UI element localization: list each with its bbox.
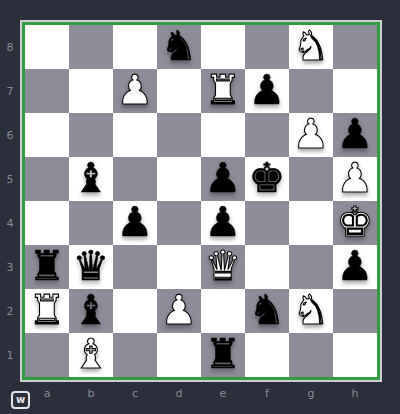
rank-label: 6 (0, 113, 20, 157)
square-e2[interactable] (201, 289, 245, 333)
square-f6[interactable] (245, 113, 289, 157)
square-b5[interactable]: ♝ (69, 157, 113, 201)
piece-black-bishop: ♝ (73, 156, 110, 200)
square-d1[interactable] (157, 333, 201, 377)
square-e3[interactable]: ♛ (201, 245, 245, 289)
square-c3[interactable] (113, 245, 157, 289)
chess-board: ♞♞♟♜♟♟♟♝♟♚♟♟♟♚♜♛♛♟♜♝♟♞♞♝♜ (25, 25, 377, 377)
board-frame: ♞♞♟♜♟♟♟♝♟♚♟♟♟♚♜♛♛♟♜♝♟♞♞♝♜ (20, 20, 382, 382)
square-a4[interactable] (25, 201, 69, 245)
square-c2[interactable] (113, 289, 157, 333)
square-e8[interactable] (201, 25, 245, 69)
piece-black-pawn: ♟ (205, 156, 242, 200)
square-e7[interactable]: ♜ (201, 69, 245, 113)
square-c1[interactable] (113, 333, 157, 377)
piece-white-rook: ♜ (205, 68, 242, 112)
square-c8[interactable] (113, 25, 157, 69)
file-label: c (113, 385, 157, 401)
piece-white-bishop: ♝ (73, 332, 110, 376)
square-a8[interactable] (25, 25, 69, 69)
square-b2[interactable]: ♝ (69, 289, 113, 333)
square-d3[interactable] (157, 245, 201, 289)
rank-label: 4 (0, 201, 20, 245)
piece-white-pawn: ♟ (161, 288, 198, 332)
square-f5[interactable]: ♚ (245, 157, 289, 201)
piece-white-rook: ♜ (29, 288, 66, 332)
square-e6[interactable] (201, 113, 245, 157)
piece-black-pawn: ♟ (117, 200, 154, 244)
square-g5[interactable] (289, 157, 333, 201)
square-f7[interactable]: ♟ (245, 69, 289, 113)
square-a6[interactable] (25, 113, 69, 157)
square-g1[interactable] (289, 333, 333, 377)
square-g6[interactable]: ♟ (289, 113, 333, 157)
file-label: g (289, 385, 333, 401)
square-d6[interactable] (157, 113, 201, 157)
square-e1[interactable]: ♜ (201, 333, 245, 377)
square-h3[interactable]: ♟ (333, 245, 377, 289)
piece-black-pawn: ♟ (249, 68, 286, 112)
square-b3[interactable]: ♛ (69, 245, 113, 289)
square-f3[interactable] (245, 245, 289, 289)
turn-indicator-white-to-move: w (11, 391, 30, 409)
file-labels: abcdefgh (25, 385, 377, 401)
square-g8[interactable]: ♞ (289, 25, 333, 69)
rank-labels: 87654321 (0, 25, 20, 377)
piece-black-pawn: ♟ (337, 244, 374, 288)
square-f8[interactable] (245, 25, 289, 69)
file-label: a (25, 385, 69, 401)
square-c5[interactable] (113, 157, 157, 201)
square-b8[interactable] (69, 25, 113, 69)
board-border: ♞♞♟♜♟♟♟♝♟♚♟♟♟♚♜♛♛♟♜♝♟♞♞♝♜ (22, 22, 380, 380)
piece-black-knight: ♞ (161, 24, 198, 68)
square-h7[interactable] (333, 69, 377, 113)
piece-white-pawn: ♟ (117, 68, 154, 112)
square-b6[interactable] (69, 113, 113, 157)
file-label: f (245, 385, 289, 401)
square-a2[interactable]: ♜ (25, 289, 69, 333)
square-b7[interactable] (69, 69, 113, 113)
square-g7[interactable] (289, 69, 333, 113)
piece-black-bishop: ♝ (73, 288, 110, 332)
square-h8[interactable] (333, 25, 377, 69)
square-e4[interactable]: ♟ (201, 201, 245, 245)
square-g4[interactable] (289, 201, 333, 245)
piece-white-pawn: ♟ (293, 112, 330, 156)
piece-white-knight: ♞ (293, 24, 330, 68)
rank-label: 5 (0, 157, 20, 201)
square-a3[interactable]: ♜ (25, 245, 69, 289)
file-label: h (333, 385, 377, 401)
square-g3[interactable] (289, 245, 333, 289)
piece-black-pawn: ♟ (205, 200, 242, 244)
rank-label: 2 (0, 289, 20, 333)
square-d7[interactable] (157, 69, 201, 113)
file-label: e (201, 385, 245, 401)
square-d5[interactable] (157, 157, 201, 201)
piece-black-rook: ♜ (29, 244, 66, 288)
square-h1[interactable] (333, 333, 377, 377)
file-label: d (157, 385, 201, 401)
piece-black-queen: ♛ (73, 244, 110, 288)
rank-label: 3 (0, 245, 20, 289)
square-d8[interactable]: ♞ (157, 25, 201, 69)
rank-label: 8 (0, 25, 20, 69)
square-d4[interactable] (157, 201, 201, 245)
square-b4[interactable] (69, 201, 113, 245)
square-b1[interactable]: ♝ (69, 333, 113, 377)
file-label: b (69, 385, 113, 401)
square-c6[interactable] (113, 113, 157, 157)
square-h5[interactable]: ♟ (333, 157, 377, 201)
square-f1[interactable] (245, 333, 289, 377)
piece-black-knight: ♞ (249, 288, 286, 332)
rank-label: 7 (0, 69, 20, 113)
piece-white-queen: ♛ (205, 244, 242, 288)
square-a7[interactable] (25, 69, 69, 113)
square-a1[interactable] (25, 333, 69, 377)
piece-black-king: ♚ (249, 156, 286, 200)
square-c7[interactable]: ♟ (113, 69, 157, 113)
piece-black-rook: ♜ (205, 332, 242, 376)
square-h4[interactable]: ♚ (333, 201, 377, 245)
square-f4[interactable] (245, 201, 289, 245)
square-g2[interactable]: ♞ (289, 289, 333, 333)
square-h2[interactable] (333, 289, 377, 333)
square-h6[interactable]: ♟ (333, 113, 377, 157)
piece-white-pawn: ♟ (337, 156, 374, 200)
square-c4[interactable]: ♟ (113, 201, 157, 245)
square-f2[interactable]: ♞ (245, 289, 289, 333)
piece-white-knight: ♞ (293, 288, 330, 332)
square-e5[interactable]: ♟ (201, 157, 245, 201)
square-a5[interactable] (25, 157, 69, 201)
piece-white-king: ♚ (337, 200, 374, 244)
square-d2[interactable]: ♟ (157, 289, 201, 333)
rank-label: 1 (0, 333, 20, 377)
piece-black-pawn: ♟ (337, 112, 374, 156)
